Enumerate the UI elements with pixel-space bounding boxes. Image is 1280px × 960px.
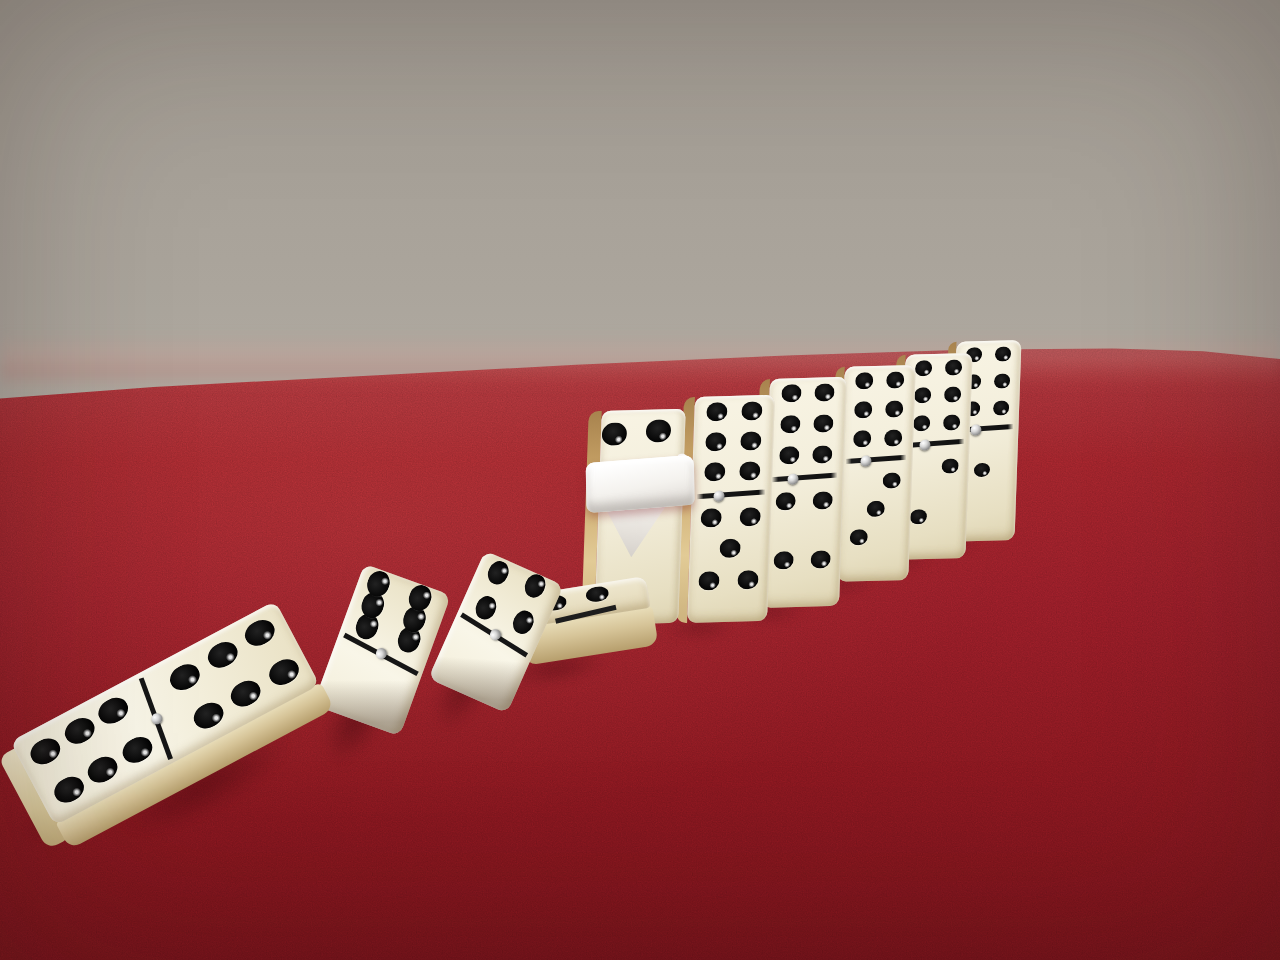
pip	[118, 732, 157, 768]
pip	[190, 698, 229, 734]
pip	[885, 400, 904, 417]
pip	[264, 654, 303, 690]
pip	[775, 492, 796, 511]
pip	[943, 414, 961, 430]
pip	[941, 458, 959, 473]
pip	[853, 430, 872, 447]
pip	[849, 529, 868, 545]
pip	[913, 415, 931, 431]
spinner-pin	[149, 712, 163, 726]
pip	[994, 373, 1011, 388]
face-mask-band	[586, 455, 695, 513]
pip	[203, 637, 242, 673]
pip	[94, 693, 133, 729]
pip	[812, 445, 833, 464]
pip	[645, 419, 671, 443]
pip	[854, 401, 873, 418]
domino-bottom-half	[762, 482, 843, 608]
photo-domino-scene	[0, 0, 1280, 960]
pip	[944, 387, 962, 403]
pip	[509, 607, 537, 637]
pip	[855, 372, 874, 389]
pip	[227, 676, 266, 712]
pip	[84, 752, 123, 788]
pip	[472, 593, 500, 623]
pip	[914, 387, 932, 403]
dominoes-layer	[0, 0, 1280, 960]
pip	[240, 615, 279, 651]
pip	[945, 359, 963, 375]
domino-face	[837, 365, 916, 582]
domino-face	[762, 377, 847, 608]
pip	[739, 462, 761, 482]
pip	[884, 429, 903, 446]
pip	[739, 507, 761, 527]
pip	[883, 472, 902, 488]
pip	[26, 733, 65, 769]
pip	[780, 415, 801, 434]
domino-bottom-half	[837, 464, 912, 582]
pip	[814, 414, 835, 433]
domino-top-half	[767, 377, 847, 475]
pip	[886, 371, 905, 388]
pip	[995, 346, 1012, 361]
pip	[810, 550, 831, 569]
pip	[701, 508, 723, 528]
pip	[704, 462, 726, 482]
domino-top-half	[842, 365, 916, 457]
pip	[601, 422, 627, 446]
pip	[706, 402, 728, 422]
pip	[698, 571, 720, 591]
pip	[815, 384, 836, 403]
standing-domino-6-5	[676, 395, 775, 623]
pip	[740, 431, 762, 451]
pip	[521, 571, 549, 601]
pip	[993, 400, 1010, 415]
pip	[741, 401, 763, 421]
pip	[779, 446, 800, 465]
pip	[166, 659, 205, 695]
pip	[910, 509, 928, 524]
pip	[584, 585, 609, 603]
pip	[484, 557, 512, 587]
pip	[719, 539, 741, 559]
pip	[812, 491, 833, 510]
domino-face	[687, 395, 775, 623]
pip	[915, 360, 933, 376]
domino-top-half	[692, 395, 775, 492]
pip	[781, 384, 802, 403]
pip	[737, 570, 759, 590]
pip	[773, 551, 794, 570]
pip	[705, 432, 727, 452]
pip	[866, 501, 885, 517]
domino-near-half	[340, 564, 451, 663]
pip	[974, 462, 990, 476]
pip	[50, 772, 89, 808]
pip	[60, 713, 99, 749]
domino-bottom-half	[687, 499, 771, 623]
